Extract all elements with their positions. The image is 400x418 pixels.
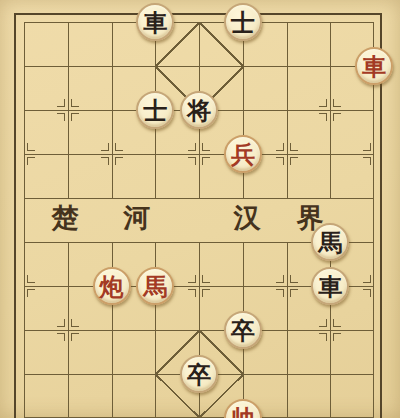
board-cell <box>330 154 374 198</box>
board-cell <box>24 22 68 66</box>
piece-glyph: 馬 <box>318 230 342 255</box>
piece-glyph: 車 <box>318 274 342 299</box>
red-cannon-piece[interactable]: 炮 <box>93 267 131 305</box>
piece-glyph: 兵 <box>231 142 255 167</box>
board-cell <box>155 154 199 198</box>
black-soldier-piece[interactable]: 卒 <box>180 355 218 393</box>
piece-glyph: 帅 <box>231 406 255 418</box>
board-cell <box>24 374 68 418</box>
board-cell <box>112 330 156 374</box>
board-cell <box>243 66 287 110</box>
board-cell <box>287 374 331 418</box>
red-horse-piece[interactable]: 馬 <box>136 267 174 305</box>
piece-glyph: 卒 <box>231 318 255 343</box>
river-label-2: 汉 <box>234 203 261 233</box>
board-cell <box>112 374 156 418</box>
piece-glyph: 将 <box>187 98 211 123</box>
board-cell <box>330 110 374 154</box>
board-cell <box>330 374 374 418</box>
board-cell <box>68 66 112 110</box>
board-cell <box>199 242 243 286</box>
board-cell <box>68 22 112 66</box>
piece-glyph: 卒 <box>187 362 211 387</box>
board-cell <box>24 66 68 110</box>
board-cell <box>155 198 199 242</box>
piece-glyph: 車 <box>362 54 386 79</box>
board-cell <box>68 154 112 198</box>
board-cell <box>68 330 112 374</box>
board-cell <box>243 242 287 286</box>
board-cell <box>24 286 68 330</box>
river-label-1: 河 <box>124 203 151 233</box>
board-cell <box>287 22 331 66</box>
black-soldier-piece[interactable]: 卒 <box>224 311 262 349</box>
black-horse-piece[interactable]: 馬 <box>311 223 349 261</box>
board-cell <box>24 330 68 374</box>
board-cell <box>24 110 68 154</box>
red-soldier-piece[interactable]: 兵 <box>224 135 262 173</box>
board-cell <box>287 110 331 154</box>
river-label-0: 楚 <box>52 203 79 233</box>
piece-glyph: 馬 <box>143 274 167 299</box>
board-cell <box>330 330 374 374</box>
piece-glyph: 士 <box>231 10 255 35</box>
black-advisor-piece[interactable]: 士 <box>224 3 262 41</box>
board-cell <box>24 154 68 198</box>
board-cell <box>112 154 156 198</box>
black-chariot-piece[interactable]: 車 <box>136 3 174 41</box>
black-general-piece[interactable]: 将 <box>180 91 218 129</box>
xiangqi-board[interactable]: 楚河汉界 車士車士将兵馬炮馬車卒卒帅 <box>0 0 400 418</box>
piece-glyph: 炮 <box>100 274 124 299</box>
red-chariot-piece[interactable]: 車 <box>355 47 393 85</box>
piece-glyph: 士 <box>143 98 167 123</box>
board-cell <box>68 110 112 154</box>
board-cell <box>68 374 112 418</box>
black-chariot-piece[interactable]: 車 <box>311 267 349 305</box>
board-cell <box>24 242 68 286</box>
board-cell <box>287 66 331 110</box>
board-cell <box>287 330 331 374</box>
piece-glyph: 車 <box>143 10 167 35</box>
black-advisor-piece[interactable]: 士 <box>136 91 174 129</box>
board-cell <box>287 154 331 198</box>
